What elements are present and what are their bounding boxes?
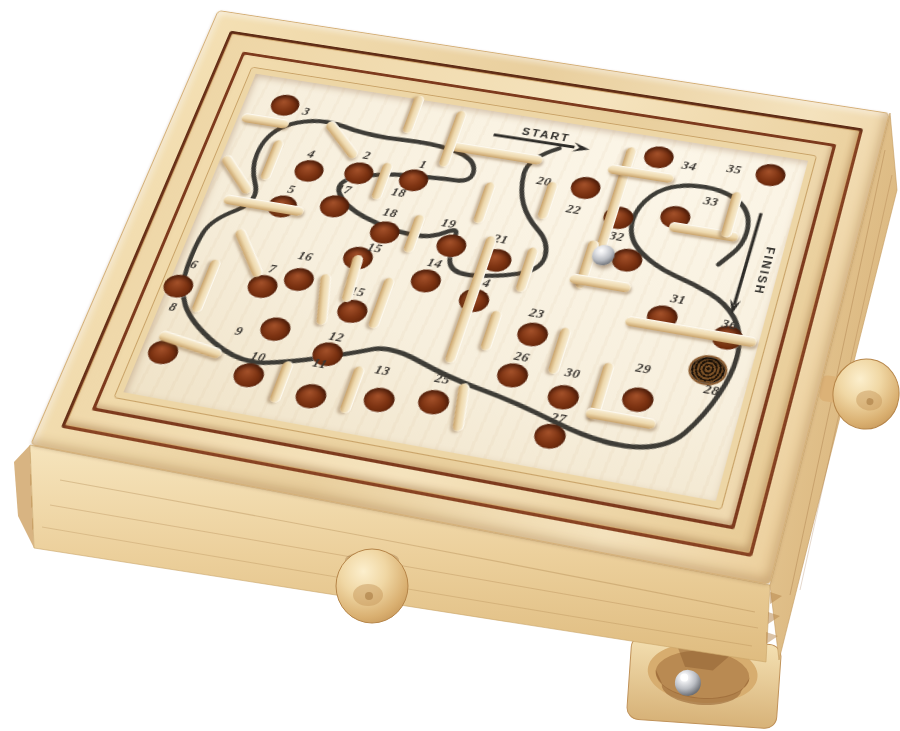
start-arrow-head [572,142,591,154]
front-tilt-knob[interactable] [336,549,408,623]
labyrinth-board: START FINISH 123456789101112131415151617… [0,0,900,731]
